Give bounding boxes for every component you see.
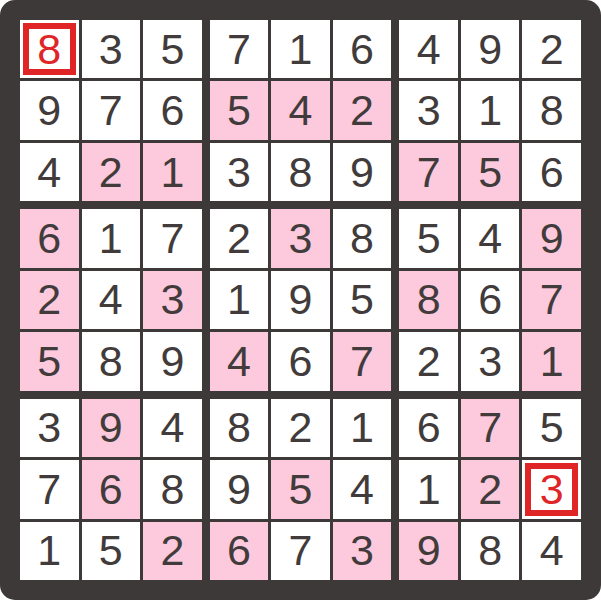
cell-r7c1[interactable]: 3 [20,399,79,457]
cell-r8c2[interactable]: 6 [82,460,141,518]
cell-r6c9[interactable]: 1 [522,332,581,390]
cell-r5c9[interactable]: 7 [522,271,581,329]
cell-r4c8[interactable]: 4 [461,209,520,267]
cell-r7c7[interactable]: 6 [399,399,458,457]
cell-r8c1[interactable]: 7 [20,460,79,518]
cell-r5c6[interactable]: 5 [333,271,392,329]
cell-r1c1[interactable]: 8 [20,20,79,78]
cell-r9c7[interactable]: 9 [399,522,458,580]
cell-r9c6[interactable]: 3 [333,522,392,580]
cell-r1c3[interactable]: 5 [143,20,202,78]
cell-r8c9[interactable]: 3 [522,460,581,518]
cell-r4c6[interactable]: 8 [333,209,392,267]
cell-r6c5[interactable]: 6 [271,332,330,390]
cell-r3c4[interactable]: 3 [210,143,269,201]
box-6: 549867231 [399,209,581,390]
box-3: 492318756 [399,20,581,201]
box-1: 835976421 [20,20,202,201]
cell-r1c8[interactable]: 9 [461,20,520,78]
cell-r6c7[interactable]: 2 [399,332,458,390]
cell-r7c4[interactable]: 8 [210,399,269,457]
cell-r5c8[interactable]: 6 [461,271,520,329]
cell-r5c1[interactable]: 2 [20,271,79,329]
cell-r2c6[interactable]: 2 [333,81,392,139]
cell-r2c7[interactable]: 3 [399,81,458,139]
cell-r2c8[interactable]: 1 [461,81,520,139]
cell-r9c2[interactable]: 5 [82,522,141,580]
cell-r8c7[interactable]: 1 [399,460,458,518]
cell-r8c3[interactable]: 8 [143,460,202,518]
cell-r3c5[interactable]: 8 [271,143,330,201]
box-8: 821954673 [210,399,392,580]
cell-r4c4[interactable]: 2 [210,209,269,267]
cell-r2c1[interactable]: 9 [20,81,79,139]
cell-r7c5[interactable]: 2 [271,399,330,457]
cell-r4c9[interactable]: 9 [522,209,581,267]
cell-r8c5[interactable]: 5 [271,460,330,518]
cell-r6c1[interactable]: 5 [20,332,79,390]
cell-r5c7[interactable]: 8 [399,271,458,329]
cell-r2c3[interactable]: 6 [143,81,202,139]
cell-r8c6[interactable]: 4 [333,460,392,518]
sudoku-board: 8359764217165423894923187566172435892381… [0,0,601,600]
box-9: 675123984 [399,399,581,580]
cell-r9c8[interactable]: 8 [461,522,520,580]
sudoku-grid: 8359764217165423894923187566172435892381… [20,20,581,580]
cell-r7c2[interactable]: 9 [82,399,141,457]
cell-r3c2[interactable]: 2 [82,143,141,201]
cell-r1c4[interactable]: 7 [210,20,269,78]
cell-r7c8[interactable]: 7 [461,399,520,457]
cell-r3c3[interactable]: 1 [143,143,202,201]
box-4: 617243589 [20,209,202,390]
cell-r6c8[interactable]: 3 [461,332,520,390]
cell-r4c7[interactable]: 5 [399,209,458,267]
cell-r6c4[interactable]: 4 [210,332,269,390]
cell-r3c6[interactable]: 9 [333,143,392,201]
cell-r6c6[interactable]: 7 [333,332,392,390]
box-5: 238195467 [210,209,392,390]
cell-r1c5[interactable]: 1 [271,20,330,78]
cell-r9c5[interactable]: 7 [271,522,330,580]
cell-r5c4[interactable]: 1 [210,271,269,329]
cell-r6c2[interactable]: 8 [82,332,141,390]
cell-r9c9[interactable]: 4 [522,522,581,580]
cell-r2c9[interactable]: 8 [522,81,581,139]
cell-r4c3[interactable]: 7 [143,209,202,267]
cell-r1c6[interactable]: 6 [333,20,392,78]
cell-r9c4[interactable]: 6 [210,522,269,580]
cell-r8c4[interactable]: 9 [210,460,269,518]
cell-r8c8[interactable]: 2 [461,460,520,518]
cell-r9c1[interactable]: 1 [20,522,79,580]
cell-r4c2[interactable]: 1 [82,209,141,267]
cell-r2c2[interactable]: 7 [82,81,141,139]
cell-r7c6[interactable]: 1 [333,399,392,457]
cell-r1c2[interactable]: 3 [82,20,141,78]
cell-r2c5[interactable]: 4 [271,81,330,139]
cell-r1c7[interactable]: 4 [399,20,458,78]
cell-r3c7[interactable]: 7 [399,143,458,201]
cell-r5c2[interactable]: 4 [82,271,141,329]
cell-r1c9[interactable]: 2 [522,20,581,78]
cell-r7c9[interactable]: 5 [522,399,581,457]
box-7: 394768152 [20,399,202,580]
cell-r5c5[interactable]: 9 [271,271,330,329]
cell-r6c3[interactable]: 9 [143,332,202,390]
cell-r5c3[interactable]: 3 [143,271,202,329]
cell-r2c4[interactable]: 5 [210,81,269,139]
cell-r4c1[interactable]: 6 [20,209,79,267]
cell-r7c3[interactable]: 4 [143,399,202,457]
cell-r3c8[interactable]: 5 [461,143,520,201]
cell-r3c9[interactable]: 6 [522,143,581,201]
cell-r9c3[interactable]: 2 [143,522,202,580]
cell-r3c1[interactable]: 4 [20,143,79,201]
box-2: 716542389 [210,20,392,201]
cell-r4c5[interactable]: 3 [271,209,330,267]
